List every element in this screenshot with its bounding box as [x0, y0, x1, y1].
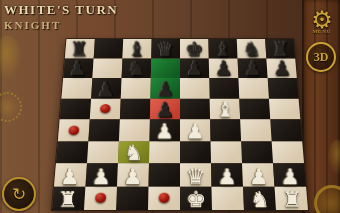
legal-move-dot-b1[interactable]: [95, 193, 106, 203]
piece-bN-c7[interactable]: ♞: [122, 59, 151, 79]
square-a4[interactable]: [58, 119, 90, 141]
square-g5[interactable]: [239, 98, 270, 119]
piece-bP-b6[interactable]: ♟: [91, 79, 121, 99]
square-c2[interactable]: ♟: [117, 163, 149, 186]
undo-button[interactable]: ↻: [2, 177, 36, 211]
square-b3[interactable]: [87, 141, 119, 163]
square-b2[interactable]: ♟: [86, 163, 118, 186]
square-h5[interactable]: [269, 98, 300, 119]
square-d8[interactable]: ♛: [151, 39, 180, 58]
piece-bQ-d8[interactable]: ♛: [151, 39, 180, 59]
piece-wP-c2[interactable]: ♟: [117, 166, 148, 188]
square-b4[interactable]: [88, 119, 119, 141]
menu-button[interactable]: ⚙ MENU: [304, 2, 340, 40]
piece-wN-c3[interactable]: ♞: [118, 143, 149, 164]
square-g7[interactable]: ♟: [238, 58, 268, 78]
square-c6[interactable]: [121, 78, 151, 98]
piece-bP-h7[interactable]: ♟: [268, 59, 297, 79]
square-f4[interactable]: [210, 119, 241, 141]
square-e7[interactable]: ♟: [180, 58, 209, 78]
piece-bP-d6[interactable]: ♟: [150, 79, 180, 99]
square-a6[interactable]: [61, 78, 92, 98]
carved-leaf-decor: [0, 36, 22, 80]
square-h7[interactable]: ♟: [266, 58, 296, 78]
piece-bP-d5[interactable]: ♟: [150, 100, 180, 121]
piece-wK-e1[interactable]: ♚: [180, 189, 212, 211]
square-a5[interactable]: [60, 98, 91, 119]
square-f6[interactable]: [209, 78, 239, 98]
square-f3[interactable]: [211, 141, 242, 163]
board-wrap: ♜♝♛♚♝♞♜♟♞♟♟♟♟♟♟♟♝♟♟♞♟♟♟♛♟♟♟♜♚♞♜: [52, 6, 308, 210]
legal-move-dot-b5[interactable]: [100, 104, 111, 113]
square-d4[interactable]: ♟: [149, 119, 180, 141]
square-e4[interactable]: ♟: [180, 119, 211, 141]
square-g4[interactable]: [240, 119, 271, 141]
piece-bP-e7[interactable]: ♟: [180, 59, 209, 79]
square-b5[interactable]: [90, 98, 121, 119]
square-b1[interactable]: [84, 186, 117, 210]
square-d3[interactable]: [149, 141, 180, 163]
undo-rotate-icon: ↻: [12, 186, 26, 203]
piece-bP-f7[interactable]: ♟: [209, 59, 238, 79]
square-d1[interactable]: [148, 186, 180, 210]
square-b8[interactable]: [94, 39, 124, 58]
square-a1[interactable]: ♜: [52, 186, 86, 210]
square-e2[interactable]: ♛: [180, 163, 211, 186]
square-d5[interactable]: ♟: [150, 98, 180, 119]
selected-piece-label: KNIGHT: [4, 19, 118, 31]
square-c4[interactable]: [119, 119, 150, 141]
square-h3[interactable]: [272, 141, 304, 163]
piece-wP-h2[interactable]: ♟: [274, 166, 305, 188]
square-g8[interactable]: ♞: [237, 39, 267, 58]
square-f1[interactable]: [211, 186, 244, 210]
square-g2[interactable]: ♟: [242, 163, 274, 186]
square-e1[interactable]: ♚: [180, 186, 212, 210]
square-a3[interactable]: [56, 141, 88, 163]
square-g6[interactable]: [238, 78, 268, 98]
piece-wP-f2[interactable]: ♟: [211, 166, 242, 188]
square-e3[interactable]: [180, 141, 211, 163]
square-e5[interactable]: [180, 98, 210, 119]
legal-move-dot-a4[interactable]: [68, 125, 79, 134]
board: ♜♝♛♚♝♞♜♟♞♟♟♟♟♟♟♟♝♟♟♞♟♟♟♛♟♟♟♜♚♞♜: [52, 39, 308, 210]
view-3d-label: 3D: [314, 50, 329, 65]
status-text: WHITE'S TURN KNIGHT: [4, 2, 118, 31]
square-h6[interactable]: [268, 78, 299, 98]
square-d6[interactable]: ♟: [150, 78, 180, 98]
piece-wB-f5[interactable]: ♝: [210, 100, 240, 121]
square-c3[interactable]: ♞: [118, 141, 149, 163]
square-a7[interactable]: ♟: [63, 58, 93, 78]
square-h1[interactable]: ♜: [274, 186, 308, 210]
square-d2[interactable]: [149, 163, 180, 186]
square-g1[interactable]: ♞: [243, 186, 276, 210]
square-g3[interactable]: [241, 141, 273, 163]
square-c7[interactable]: ♞: [122, 58, 152, 78]
square-f8[interactable]: ♝: [208, 39, 237, 58]
square-d7[interactable]: [151, 58, 180, 78]
square-e8[interactable]: ♚: [180, 39, 209, 58]
piece-wP-a2[interactable]: ♟: [54, 166, 85, 188]
square-c1[interactable]: [116, 186, 149, 210]
square-e6[interactable]: [180, 78, 210, 98]
piece-bP-a7[interactable]: ♟: [63, 59, 92, 79]
square-a2[interactable]: ♟: [54, 163, 87, 186]
rosette-decor: [0, 92, 22, 122]
square-f5[interactable]: ♝: [210, 98, 241, 119]
piece-wP-d4[interactable]: ♟: [149, 121, 180, 142]
piece-wN-g1[interactable]: ♞: [244, 189, 276, 211]
piece-wR-a1[interactable]: ♜: [52, 189, 84, 211]
square-c8[interactable]: ♝: [122, 39, 151, 58]
app-root: WHITE'S TURN KNIGHT ♜♝♛♚♝♞♜♟♞♟♟♟♟♟♟♟♝♟♟♞…: [0, 0, 340, 213]
square-b6[interactable]: ♟: [91, 78, 121, 98]
square-h2[interactable]: ♟: [273, 163, 306, 186]
legal-move-dot-d1[interactable]: [159, 193, 170, 203]
square-h8[interactable]: ♜: [265, 39, 295, 58]
piece-wP-b2[interactable]: ♟: [86, 166, 117, 188]
turn-indicator: WHITE'S TURN: [4, 2, 118, 18]
square-a8[interactable]: ♜: [65, 39, 95, 58]
piece-wP-g2[interactable]: ♟: [243, 166, 274, 188]
view-3d-button[interactable]: 3D: [306, 42, 336, 72]
square-f7[interactable]: ♟: [209, 58, 239, 78]
square-f2[interactable]: ♟: [211, 163, 243, 186]
piece-bP-g7[interactable]: ♟: [238, 59, 267, 79]
square-h4[interactable]: [270, 119, 302, 141]
square-b7[interactable]: [92, 58, 122, 78]
menu-button-label: MENU: [313, 29, 332, 34]
piece-wR-h1[interactable]: ♜: [276, 189, 308, 211]
square-c5[interactable]: [120, 98, 151, 119]
piece-wQ-e2[interactable]: ♛: [180, 166, 211, 188]
piece-wP-e4[interactable]: ♟: [180, 121, 211, 142]
